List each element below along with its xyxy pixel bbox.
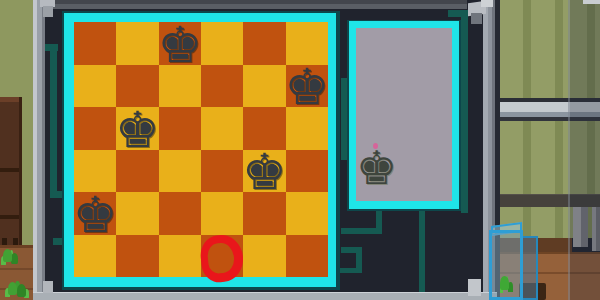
queen-piece[interactable]: ♚ bbox=[73, 192, 118, 238]
square-r4c6[interactable] bbox=[286, 150, 328, 193]
machine-top-bar bbox=[45, 0, 467, 9]
corner-bracket-top-right-nub bbox=[471, 13, 482, 24]
aquarium-side-face bbox=[521, 236, 538, 300]
screenshot-stage: ♚♚♚♚♚ ♚ bbox=[0, 0, 600, 300]
aquarium-plant bbox=[500, 276, 509, 290]
square-r6c5[interactable] bbox=[243, 235, 285, 278]
square-r1c2[interactable] bbox=[116, 22, 158, 65]
square-r5c3[interactable] bbox=[159, 192, 201, 235]
square-r5c6[interactable] bbox=[286, 192, 328, 235]
square-r6c6[interactable] bbox=[286, 235, 328, 278]
grass-clump bbox=[3, 249, 12, 262]
square-r6c2[interactable] bbox=[116, 235, 158, 278]
dresser-edge-shadow bbox=[19, 97, 22, 246]
square-r5c4[interactable] bbox=[201, 192, 243, 235]
square-r3c2[interactable]: ♚ bbox=[116, 107, 158, 150]
circuit-line bbox=[341, 228, 382, 234]
square-r2c4[interactable] bbox=[201, 65, 243, 108]
square-r5c1[interactable]: ♚ bbox=[74, 192, 116, 235]
tray-queen-piece[interactable]: ♚ bbox=[356, 144, 396, 196]
machine-frame-bottom bbox=[33, 292, 497, 300]
square-r1c4[interactable] bbox=[201, 22, 243, 65]
square-r1c3[interactable]: ♚ bbox=[159, 22, 201, 65]
circuit-line bbox=[461, 10, 468, 213]
square-r2c5[interactable] bbox=[243, 65, 285, 108]
square-r4c3[interactable] bbox=[159, 150, 201, 193]
machine-frame-left bbox=[33, 0, 45, 300]
queen-piece[interactable]: ♚ bbox=[157, 22, 202, 68]
circuit-line bbox=[50, 44, 57, 198]
square-r1c1[interactable] bbox=[74, 22, 116, 65]
square-r3c4[interactable] bbox=[201, 107, 243, 150]
board-grid[interactable]: ♚♚♚♚♚ bbox=[74, 22, 328, 277]
square-r3c1[interactable] bbox=[74, 107, 116, 150]
circuit-line bbox=[419, 207, 425, 292]
queen-piece[interactable]: ♚ bbox=[115, 107, 160, 153]
square-r3c3[interactable] bbox=[159, 107, 201, 150]
corner-bracket-bottom-right bbox=[468, 279, 481, 296]
queen-piece[interactable]: ♚ bbox=[284, 64, 329, 110]
ceiling-notch bbox=[583, 0, 600, 4]
square-r4c5[interactable]: ♚ bbox=[243, 150, 285, 193]
red-circle-annotation bbox=[199, 232, 246, 283]
square-r5c2[interactable] bbox=[116, 192, 158, 235]
queen-piece[interactable]: ♚ bbox=[242, 149, 287, 195]
square-r2c1[interactable] bbox=[74, 65, 116, 108]
square-r2c6[interactable]: ♚ bbox=[286, 65, 328, 108]
square-r4c4[interactable] bbox=[201, 150, 243, 193]
corner-bracket-bottom-left bbox=[43, 281, 53, 293]
square-r6c4[interactable] bbox=[201, 235, 243, 278]
floor-plank-seam bbox=[0, 268, 33, 270]
tray-queen-pink-tip bbox=[373, 143, 378, 149]
grass-clump bbox=[8, 282, 17, 295]
corner-bracket-top-right-cap bbox=[481, 0, 493, 7]
corner-bracket-top-left-nub bbox=[43, 6, 53, 17]
square-r6c3[interactable] bbox=[159, 235, 201, 278]
square-r1c5[interactable] bbox=[243, 22, 285, 65]
glass-pane bbox=[568, 0, 600, 300]
